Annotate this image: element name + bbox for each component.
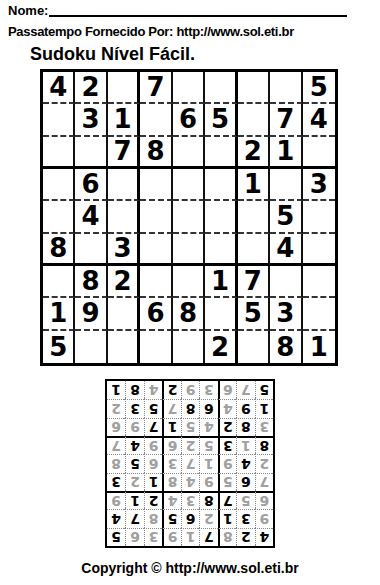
solution-cell-r4c4: 9 [199,473,217,491]
puzzle-cell-r3c6 [205,137,237,169]
solution-cell-r6c4: 5 [199,436,217,454]
puzzle-cell-r8c6 [205,298,237,330]
puzzle-cell-r3c7: 2 [238,137,270,169]
solution-cell-r3c3: 7 [218,491,236,509]
puzzle-cell-r6c9 [303,234,335,266]
puzzle-cell-r2c4 [140,104,172,136]
solution-cell-r2c9: 4 [107,509,125,527]
solution-cell-r6c9: 7 [107,436,125,454]
solution-cell-r4c3: 5 [218,473,236,491]
solution-cell-r1c5: 1 [181,528,199,546]
solution-cell-r1c2: 2 [236,528,254,546]
solution-cell-r3c9: 9 [107,491,125,509]
puzzle-cell-r7c7: 7 [238,266,270,298]
solution-cell-r7c7: 7 [144,418,162,436]
solution-cell-r3c2: 5 [236,491,254,509]
solution-cell-r6c6: 6 [162,436,180,454]
puzzle-cell-r5c9 [303,201,335,233]
solution-cell-r5c6: 3 [162,454,180,472]
solution-cell-r7c2: 8 [236,418,254,436]
solution-cell-r2c3: 1 [218,509,236,527]
solution-cell-r2c1: 9 [255,509,273,527]
puzzle-cell-r1c1: 4 [43,72,75,104]
solution-cell-r3c1: 6 [255,491,273,509]
puzzle-cell-r3c4: 8 [140,137,172,169]
puzzle-cell-r6c8: 4 [270,234,302,266]
puzzle-cell-r2c2: 3 [75,104,107,136]
solution-cell-r4c6: 8 [162,473,180,491]
solution-cell-r6c7: 9 [144,436,162,454]
puzzle-cell-r3c2 [75,137,107,169]
puzzle-cell-r6c5 [173,234,205,266]
solution-cell-r4c7: 1 [144,473,162,491]
solution-cell-r1c8: 6 [125,528,143,546]
puzzle-cell-r2c8: 7 [270,104,302,136]
puzzle-cell-r1c3 [108,72,140,104]
puzzle-cell-r2c3: 1 [108,104,140,136]
name-row: Nome: [0,0,380,18]
puzzle-cell-r2c7 [238,104,270,136]
worksheet-page: Nome: Passatempo Fornecido Por: http://w… [0,0,380,585]
puzzle-cell-r6c6 [205,234,237,266]
solution-cell-r2c8: 7 [125,509,143,527]
puzzle-cell-r9c9: 1 [303,331,335,363]
puzzle-cell-r9c8: 8 [270,331,302,363]
solution-cell-r9c7: 4 [144,381,162,399]
solution-cell-r1c6: 9 [162,528,180,546]
solution-cell-r7c8: 9 [125,418,143,436]
puzzle-cell-r3c5 [173,137,205,169]
puzzle-cell-r4c3 [108,169,140,201]
solution-cell-r4c9: 3 [107,473,125,491]
solution-cell-r9c5: 9 [181,381,199,399]
solution-cell-r6c5: 2 [181,436,199,454]
solution-cell-r1c1: 4 [255,528,273,546]
puzzle-cell-r6c1: 8 [43,234,75,266]
solution-cell-r5c7: 6 [144,454,162,472]
solution-cell-r5c9: 8 [107,454,125,472]
puzzle-cell-r7c5 [173,266,205,298]
puzzle-cell-r9c6: 2 [205,331,237,363]
puzzle-cell-r9c2 [75,331,107,363]
puzzle-cell-r7c8 [270,266,302,298]
puzzle-cell-r9c4 [140,331,172,363]
puzzle-cell-r4c6 [205,169,237,201]
puzzle-cell-r5c4 [140,201,172,233]
puzzle-cell-r4c2: 6 [75,169,107,201]
puzzle-cell-r1c9: 5 [303,72,335,104]
puzzle-cell-r5c5 [173,201,205,233]
puzzle-cell-r6c2 [75,234,107,266]
puzzle-cell-r5c7 [238,201,270,233]
solution-cell-r1c3: 8 [218,528,236,546]
solution-cell-r7c4: 4 [199,418,217,436]
solution-cell-r1c4: 7 [199,528,217,546]
puzzle-cell-r1c2: 2 [75,72,107,104]
puzzle-cell-r3c9 [303,137,335,169]
solution-cell-r5c5: 7 [181,454,199,472]
puzzle-cell-r6c7 [238,234,270,266]
main-sudoku-grid: 427531657478216134583482171968535281 [40,69,338,366]
puzzle-cell-r1c6 [205,72,237,104]
puzzle-cell-r8c8: 3 [270,298,302,330]
solution-cell-r2c7: 8 [144,509,162,527]
puzzle-cell-r8c3 [108,298,140,330]
solution-cell-r2c6: 5 [162,509,180,527]
puzzle-cell-r7c9 [303,266,335,298]
puzzle-cell-r2c6: 5 [205,104,237,136]
solution-cell-r8c9: 2 [107,399,125,417]
puzzle-cell-r8c9 [303,298,335,330]
puzzle-cell-r8c4: 6 [140,298,172,330]
name-fill-line [49,3,347,17]
puzzle-cell-r5c8: 5 [270,201,302,233]
puzzle-cell-r2c1 [43,104,75,136]
puzzle-cell-r2c9: 4 [303,104,335,136]
puzzle-cell-r8c1: 1 [43,298,75,330]
solution-cell-r9c9: 1 [107,381,125,399]
solution-cell-r3c4: 8 [199,491,217,509]
provided-by-text: Passatempo Fornecido Por: http://www.sol… [8,24,380,39]
puzzle-cell-r5c6 [205,201,237,233]
solution-cell-r5c4: 1 [199,454,217,472]
solution-cell-r6c8: 4 [125,436,143,454]
solution-cell-r9c3: 6 [218,381,236,399]
solution-cell-r6c1: 8 [255,436,273,454]
puzzle-cell-r4c7: 1 [238,169,270,201]
solution-cell-r4c5: 4 [181,473,199,491]
solution-cell-r1c7: 3 [144,528,162,546]
solution-cell-r9c8: 8 [125,381,143,399]
solution-cell-r3c7: 2 [144,491,162,509]
puzzle-cell-r4c5 [173,169,205,201]
puzzle-cell-r1c7 [238,72,270,104]
solution-cell-r8c2: 9 [236,399,254,417]
solution-cell-r3c5: 3 [181,491,199,509]
solution-cell-r7c3: 2 [218,418,236,436]
puzzle-cell-r5c1 [43,201,75,233]
solution-cell-r9c2: 7 [236,381,254,399]
solution-cell-r8c4: 6 [199,399,217,417]
solution-cell-r5c2: 4 [236,454,254,472]
name-label: Nome: [8,3,48,18]
solution-cell-r9c1: 5 [255,381,273,399]
solution-cell-r4c1: 7 [255,473,273,491]
solution-cell-r5c3: 9 [218,454,236,472]
puzzle-cell-r4c1 [43,169,75,201]
puzzle-cell-r9c7 [238,331,270,363]
puzzle-cell-r1c8 [270,72,302,104]
solution-cell-r2c4: 2 [199,509,217,527]
puzzle-cell-r9c1: 5 [43,331,75,363]
puzzle-cell-r9c3 [108,331,140,363]
copyright-text: Copyright © http://www.sol.eti.br [0,560,380,576]
puzzle-cell-r8c2: 9 [75,298,107,330]
solution-cell-r7c1: 3 [255,418,273,436]
solution-cell-r2c5: 6 [181,509,199,527]
puzzle-cell-r7c6: 1 [205,266,237,298]
puzzle-cell-r7c1 [43,266,75,298]
solution-cell-r5c1: 2 [255,454,273,472]
solution-cell-r4c2: 6 [236,473,254,491]
solution-cell-r8c5: 8 [181,399,199,417]
puzzle-cell-r4c8 [270,169,302,201]
puzzle-cell-r6c3: 3 [108,234,140,266]
solution-cell-r8c6: 7 [162,399,180,417]
puzzle-cell-r7c3: 2 [108,266,140,298]
puzzle-cell-r3c8: 1 [270,137,302,169]
solution-sudoku-grid: 4287193659312658746578342197659481232491… [105,379,275,548]
puzzle-cell-r8c7: 5 [238,298,270,330]
solution-cell-r1c9: 5 [107,528,125,546]
solution-cell-r5c8: 5 [125,454,143,472]
puzzle-cell-r8c5: 8 [173,298,205,330]
page-title: Sudoku Nível Fácil. [30,44,380,65]
puzzle-cell-r6c4 [140,234,172,266]
puzzle-cell-r7c2: 8 [75,266,107,298]
solution-cell-r8c8: 3 [125,399,143,417]
puzzle-cell-r5c3 [108,201,140,233]
solution-cell-r7c5: 5 [181,418,199,436]
puzzle-cell-r4c9: 3 [303,169,335,201]
solution-cell-r8c1: 1 [255,399,273,417]
puzzle-cell-r4c4 [140,169,172,201]
solution-cell-r9c6: 2 [162,381,180,399]
puzzle-cell-r9c5 [173,331,205,363]
solution-cell-r3c6: 4 [162,491,180,509]
puzzle-cell-r1c4: 7 [140,72,172,104]
solution-cell-r8c7: 5 [144,399,162,417]
solution-cell-r2c2: 3 [236,509,254,527]
puzzle-cell-r7c4 [140,266,172,298]
solution-cell-r9c4: 3 [199,381,217,399]
puzzle-cell-r3c1 [43,137,75,169]
solution-cell-r4c8: 2 [125,473,143,491]
puzzle-cell-r1c5 [173,72,205,104]
solution-cell-r7c6: 1 [162,418,180,436]
puzzle-cell-r5c2: 4 [75,201,107,233]
solution-cell-r7c9: 6 [107,418,125,436]
solution-cell-r8c3: 4 [218,399,236,417]
solution-cell-r6c3: 3 [218,436,236,454]
puzzle-cell-r3c3: 7 [108,137,140,169]
puzzle-cell-r2c5: 6 [173,104,205,136]
solution-cell-r3c8: 1 [125,491,143,509]
solution-cell-r6c2: 1 [236,436,254,454]
